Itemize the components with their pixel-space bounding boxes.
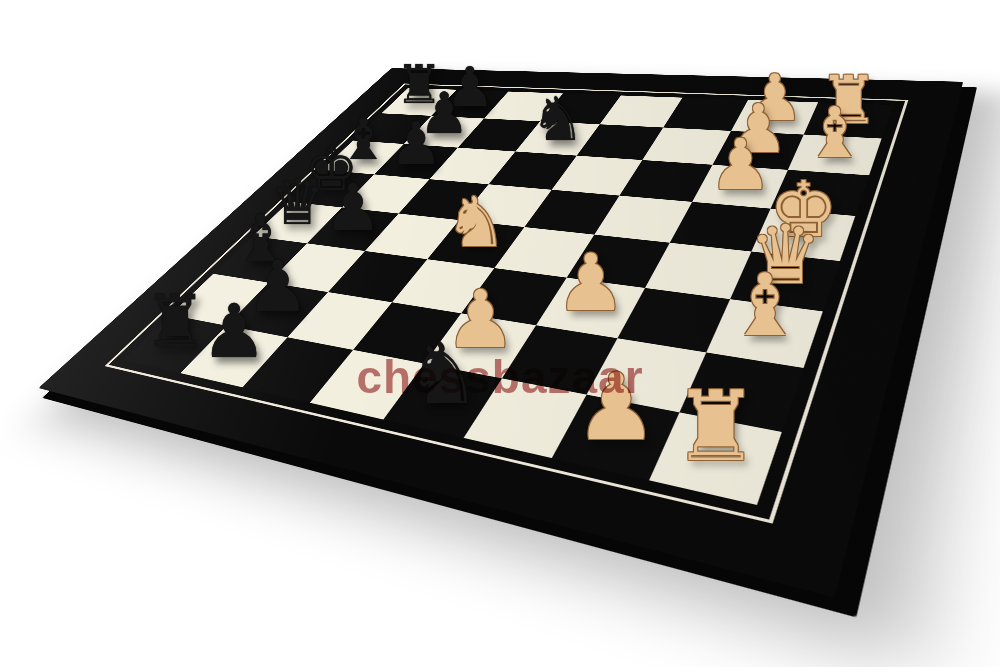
square-e1[interactable] <box>751 209 855 261</box>
square-g1[interactable] <box>788 135 882 176</box>
square-f1[interactable] <box>771 170 870 216</box>
chess-set-photo: ♚♛♜♜♝♝♞♟♟♟♟♟♟♚♛♜♜♝♝♞♞♟♟♟♟♟♟ chessbazaar <box>0 0 1000 667</box>
watermark: chessbazaar <box>356 350 643 404</box>
square-h1[interactable] <box>804 102 893 138</box>
chess-board <box>123 88 893 505</box>
board-grid <box>123 88 893 505</box>
